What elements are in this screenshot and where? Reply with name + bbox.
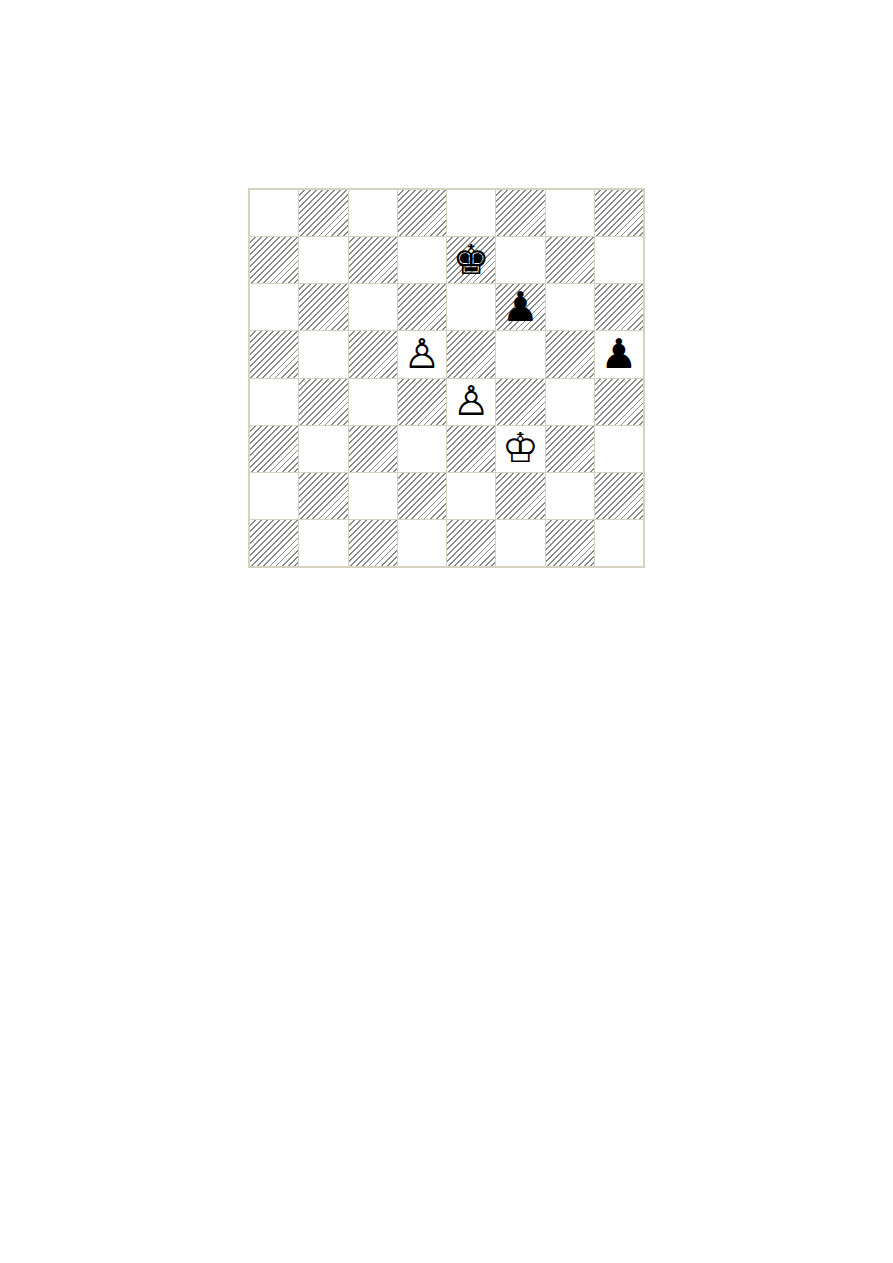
square-a1[interactable] <box>250 520 298 566</box>
square-e8[interactable] <box>447 190 495 236</box>
square-c1[interactable] <box>349 520 397 566</box>
square-b8[interactable] <box>299 190 347 236</box>
square-a8[interactable] <box>250 190 298 236</box>
square-h6[interactable] <box>595 284 643 330</box>
square-a6[interactable] <box>250 284 298 330</box>
square-f6[interactable]: ♟ <box>496 284 544 330</box>
square-f7[interactable] <box>496 237 544 283</box>
square-e5[interactable] <box>447 331 495 377</box>
square-d1[interactable] <box>398 520 446 566</box>
square-b6[interactable] <box>299 284 347 330</box>
square-h1[interactable] <box>595 520 643 566</box>
black-pawn-icon: ♟ <box>600 334 637 375</box>
square-d3[interactable] <box>398 426 446 472</box>
square-h5[interactable]: ♟ <box>595 331 643 377</box>
square-b5[interactable] <box>299 331 347 377</box>
square-e4[interactable]: ♙ <box>447 379 495 425</box>
square-d8[interactable] <box>398 190 446 236</box>
square-c4[interactable] <box>349 379 397 425</box>
square-e3[interactable] <box>447 426 495 472</box>
square-f1[interactable] <box>496 520 544 566</box>
square-c2[interactable] <box>349 473 397 519</box>
square-c8[interactable] <box>349 190 397 236</box>
square-g8[interactable] <box>546 190 594 236</box>
black-king-icon: ♚ <box>453 240 490 281</box>
square-f2[interactable] <box>496 473 544 519</box>
square-b3[interactable] <box>299 426 347 472</box>
square-a4[interactable] <box>250 379 298 425</box>
square-c5[interactable] <box>349 331 397 377</box>
square-g2[interactable] <box>546 473 594 519</box>
square-e2[interactable] <box>447 473 495 519</box>
square-b2[interactable] <box>299 473 347 519</box>
square-b7[interactable] <box>299 237 347 283</box>
square-b1[interactable] <box>299 520 347 566</box>
square-h7[interactable] <box>595 237 643 283</box>
square-g3[interactable] <box>546 426 594 472</box>
square-c3[interactable] <box>349 426 397 472</box>
square-b4[interactable] <box>299 379 347 425</box>
square-d2[interactable] <box>398 473 446 519</box>
square-d4[interactable] <box>398 379 446 425</box>
square-e1[interactable] <box>447 520 495 566</box>
square-a3[interactable] <box>250 426 298 472</box>
square-c6[interactable] <box>349 284 397 330</box>
white-king-icon: ♔ <box>502 428 539 469</box>
square-f3[interactable]: ♔ <box>496 426 544 472</box>
square-d5[interactable]: ♙ <box>398 331 446 377</box>
white-pawn-icon: ♙ <box>403 334 440 375</box>
square-g1[interactable] <box>546 520 594 566</box>
square-e6[interactable] <box>447 284 495 330</box>
square-h3[interactable] <box>595 426 643 472</box>
square-a7[interactable] <box>250 237 298 283</box>
black-pawn-icon: ♟ <box>502 287 539 328</box>
square-h2[interactable] <box>595 473 643 519</box>
square-e7[interactable]: ♚ <box>447 237 495 283</box>
square-a2[interactable] <box>250 473 298 519</box>
square-f8[interactable] <box>496 190 544 236</box>
chess-board: ♚♟♙♟♙♔ <box>248 188 645 568</box>
square-c7[interactable] <box>349 237 397 283</box>
square-f4[interactable] <box>496 379 544 425</box>
square-h8[interactable] <box>595 190 643 236</box>
square-g7[interactable] <box>546 237 594 283</box>
square-a5[interactable] <box>250 331 298 377</box>
white-pawn-icon: ♙ <box>453 381 490 422</box>
square-h4[interactable] <box>595 379 643 425</box>
page: ♚♟♙♟♙♔ <box>0 0 893 1263</box>
square-f5[interactable] <box>496 331 544 377</box>
square-g4[interactable] <box>546 379 594 425</box>
square-g5[interactable] <box>546 331 594 377</box>
square-d6[interactable] <box>398 284 446 330</box>
square-d7[interactable] <box>398 237 446 283</box>
square-g6[interactable] <box>546 284 594 330</box>
